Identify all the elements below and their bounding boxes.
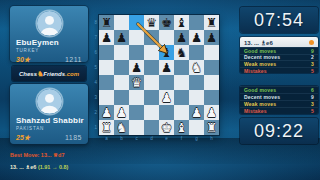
square-f8[interactable]: ♝ xyxy=(174,15,189,30)
best-move-annotation: Best Move: 13... ♕d7 xyxy=(10,152,118,158)
square-d6[interactable] xyxy=(144,45,159,60)
piece-white-queen[interactable]: ♛ xyxy=(131,75,142,90)
piece-black-knight[interactable]: ♞ xyxy=(176,45,187,60)
square-d8[interactable]: ♛ xyxy=(144,15,159,30)
piece-white-pawn[interactable]: ♟ xyxy=(191,105,202,120)
square-g6[interactable] xyxy=(189,45,204,60)
piece-black-pawn[interactable]: ♟ xyxy=(176,30,187,45)
square-b1[interactable]: ♞ xyxy=(114,120,129,135)
square-c3[interactable] xyxy=(129,90,144,105)
analysis-row-mistakes: Mistakes5 xyxy=(240,107,318,114)
piece-black-pawn[interactable]: ♟ xyxy=(206,30,217,45)
square-h1[interactable]: ♜ xyxy=(204,120,219,135)
square-e3[interactable]: ♟ xyxy=(159,90,174,105)
square-c4[interactable]: ♛ xyxy=(129,75,144,90)
file-label-h: h xyxy=(204,136,219,141)
clock-top: 07:54 xyxy=(240,7,318,33)
square-a4[interactable] xyxy=(99,75,114,90)
square-a5[interactable] xyxy=(99,60,114,75)
analysis-header: 13. ... ♗e6 xyxy=(240,37,318,47)
square-b4[interactable] xyxy=(114,75,129,90)
player-card-bottom: Shahzad Shabbir PAKISTAN 25★ 1185 xyxy=(10,84,88,144)
square-d4[interactable] xyxy=(144,75,159,90)
square-a2[interactable]: ♟ xyxy=(99,105,114,120)
rank-label-6: 6 xyxy=(91,45,97,60)
square-d3[interactable] xyxy=(144,90,159,105)
analysis-row-weak-moves: Weak moves3 xyxy=(240,100,318,107)
file-labels: abcdefgh xyxy=(99,136,219,141)
file-label-b: b xyxy=(114,136,129,141)
square-e5[interactable]: ♟ xyxy=(159,60,174,75)
square-b7[interactable]: ♟ xyxy=(114,30,129,45)
square-e1[interactable]: ♚ xyxy=(159,120,174,135)
square-b6[interactable] xyxy=(114,45,129,60)
rank-label-8: 8 xyxy=(91,15,97,30)
piece-white-rook[interactable]: ♜ xyxy=(101,120,112,135)
logo-text: Chess♞Friends.com xyxy=(19,70,79,78)
square-h6[interactable] xyxy=(204,45,219,60)
piece-black-pawn[interactable]: ♟ xyxy=(101,30,112,45)
rank-label-4: 4 xyxy=(91,75,97,90)
square-e4[interactable] xyxy=(159,75,174,90)
square-f1[interactable]: ♝ xyxy=(174,120,189,135)
file-label-g: g xyxy=(189,136,204,141)
square-h7[interactable]: ♟ xyxy=(204,30,219,45)
analysis-row-good-moves: Good moves6 xyxy=(240,86,318,93)
square-b3[interactable] xyxy=(114,90,129,105)
piece-white-rook[interactable]: ♜ xyxy=(206,120,217,135)
piece-black-pawn[interactable]: ♟ xyxy=(131,60,142,75)
player-country-top: TURKEY xyxy=(16,48,82,53)
square-c1[interactable] xyxy=(129,120,144,135)
square-f4[interactable] xyxy=(174,75,189,90)
square-a8[interactable]: ♜ xyxy=(99,15,114,30)
square-h5[interactable] xyxy=(204,60,219,75)
player-stars-bottom: 25★ xyxy=(16,134,30,142)
player-card-top: EbuEymen TURKEY 30★ 1211 xyxy=(10,6,88,62)
piece-white-knight[interactable]: ♞ xyxy=(191,60,202,75)
chessfriends-logo: Chess♞Friends.com xyxy=(12,66,86,81)
analysis-row-mistakes: Mistakes5 xyxy=(240,67,318,74)
analysis-box-bottom: Good moves6Decent moves9Weak moves3Mista… xyxy=(240,86,318,114)
piece-white-knight[interactable]: ♞ xyxy=(116,120,127,135)
file-label-d: d xyxy=(144,136,159,141)
square-g7[interactable]: ♟ xyxy=(189,30,204,45)
square-b2[interactable]: ♟ xyxy=(114,105,129,120)
piece-white-pawn[interactable]: ♟ xyxy=(101,105,112,120)
square-g4[interactable] xyxy=(189,75,204,90)
square-d2[interactable] xyxy=(144,105,159,120)
square-b5[interactable] xyxy=(114,60,129,75)
chess-board[interactable]: ♜♛♚♝♜♟♟♟♟♟♝♞♟♟♞♛♟♟♟♟♟♜♞♚♝♜ xyxy=(99,15,219,135)
player-rating-top: 1211 xyxy=(65,56,82,63)
rank-label-2: 2 xyxy=(91,105,97,120)
rank-label-5: 5 xyxy=(91,60,97,75)
square-h4[interactable] xyxy=(204,75,219,90)
piece-black-pawn[interactable]: ♟ xyxy=(161,60,172,75)
square-g1[interactable] xyxy=(189,120,204,135)
file-label-c: c xyxy=(129,136,144,141)
square-h8[interactable]: ♜ xyxy=(204,15,219,30)
square-a3[interactable] xyxy=(99,90,114,105)
square-f6[interactable]: ♞ xyxy=(174,45,189,60)
analysis-box-top: 13. ... ♗e6 Good moves9Decent moves2Weak… xyxy=(240,37,318,73)
square-g3[interactable] xyxy=(189,90,204,105)
square-e7[interactable] xyxy=(159,30,174,45)
game-analysis-screen: EbuEymen TURKEY 30★ 1211 Chess♞Friends.c… xyxy=(0,0,320,180)
piece-black-rook[interactable]: ♜ xyxy=(206,15,217,30)
piece-white-bishop[interactable]: ♝ xyxy=(176,120,187,135)
square-a6[interactable] xyxy=(99,45,114,60)
piece-black-queen[interactable]: ♛ xyxy=(146,15,157,30)
analysis-row-weak-moves: Weak moves3 xyxy=(240,60,318,67)
square-c7[interactable] xyxy=(129,30,144,45)
move-quality-dot-icon xyxy=(309,40,314,45)
file-label-f: f xyxy=(174,136,189,141)
piece-white-king[interactable]: ♚ xyxy=(161,120,172,135)
analysis-row-decent-moves: Decent moves9 xyxy=(240,93,318,100)
piece-black-pawn[interactable]: ♟ xyxy=(191,30,202,45)
piece-black-bishop[interactable]: ♝ xyxy=(161,45,172,60)
played-move-annotation: 13. ... ♗e6 (1.91 → 0.8) xyxy=(10,164,118,170)
rank-label-1: 1 xyxy=(91,120,97,135)
piece-white-pawn[interactable]: ♟ xyxy=(206,105,217,120)
player-rating-bottom: 1185 xyxy=(65,134,82,141)
square-b8[interactable] xyxy=(114,15,129,30)
square-g5[interactable]: ♞ xyxy=(189,60,204,75)
player-name-top: EbuEymen xyxy=(16,38,82,47)
rank-label-3: 3 xyxy=(91,90,97,105)
square-c2[interactable] xyxy=(129,105,144,120)
square-h3[interactable] xyxy=(204,90,219,105)
square-e8[interactable]: ♚ xyxy=(159,15,174,30)
square-f7[interactable]: ♟ xyxy=(174,30,189,45)
piece-black-rook[interactable]: ♜ xyxy=(101,15,112,30)
square-a1[interactable]: ♜ xyxy=(99,120,114,135)
square-f3[interactable] xyxy=(174,90,189,105)
file-label-a: a xyxy=(99,136,114,141)
piece-black-bishop[interactable]: ♝ xyxy=(176,15,187,30)
rank-label-7: 7 xyxy=(91,30,97,45)
player-name-bottom: Shahzad Shabbir xyxy=(16,116,82,125)
piece-white-pawn[interactable]: ♟ xyxy=(116,105,127,120)
square-e6[interactable]: ♝ xyxy=(159,45,174,60)
analysis-row-decent-moves: Decent moves2 xyxy=(240,54,318,61)
square-f2[interactable] xyxy=(174,105,189,120)
square-d1[interactable] xyxy=(144,120,159,135)
clock-bottom: 09:22 xyxy=(240,118,318,144)
file-label-e: e xyxy=(159,136,174,141)
player-country-bottom: PAKISTAN xyxy=(16,126,82,131)
avatar-top xyxy=(37,11,62,36)
current-move-label: 13. ... ♗e6 xyxy=(244,39,273,46)
player-stars-top: 30★ xyxy=(16,56,30,64)
square-c6[interactable] xyxy=(129,45,144,60)
square-f5[interactable] xyxy=(174,60,189,75)
rank-labels: 87654321 xyxy=(91,15,97,135)
square-d5[interactable] xyxy=(144,60,159,75)
piece-black-king[interactable]: ♚ xyxy=(161,15,172,30)
avatar-bottom xyxy=(37,89,62,114)
square-c8[interactable] xyxy=(129,15,144,30)
square-c5[interactable]: ♟ xyxy=(129,60,144,75)
piece-black-pawn[interactable]: ♟ xyxy=(116,30,127,45)
analysis-row-good-moves: Good moves9 xyxy=(240,47,318,54)
eval-change: (1.91 → 0.8) xyxy=(38,164,69,170)
square-a7[interactable]: ♟ xyxy=(99,30,114,45)
square-e2[interactable] xyxy=(159,105,174,120)
square-d7[interactable] xyxy=(144,30,159,45)
square-g2[interactable]: ♟ xyxy=(189,105,204,120)
piece-white-pawn[interactable]: ♟ xyxy=(161,90,172,105)
square-h2[interactable]: ♟ xyxy=(204,105,219,120)
square-g8[interactable] xyxy=(189,15,204,30)
